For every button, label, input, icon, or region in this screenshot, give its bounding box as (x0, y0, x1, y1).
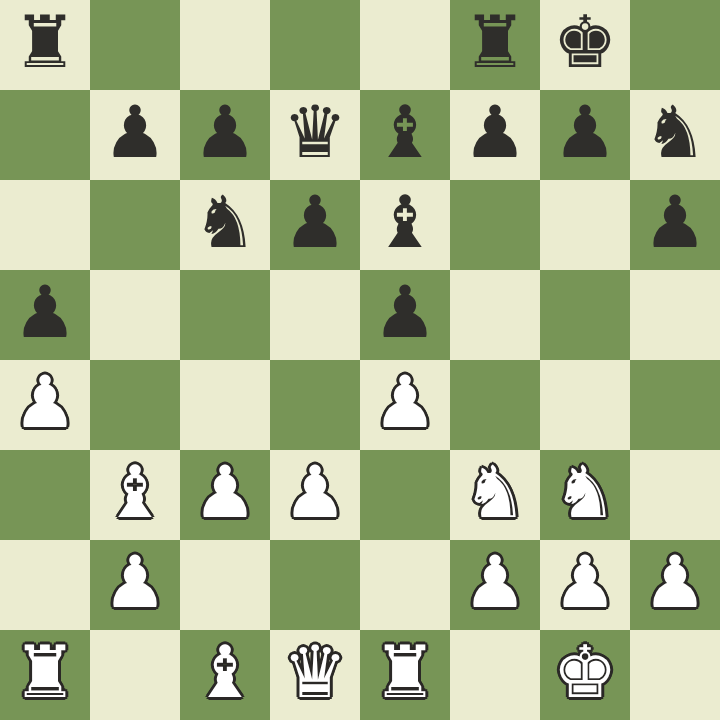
piece-black-pawn[interactable]: ♟ (193, 87, 258, 177)
piece-white-rook[interactable]: ♜ (373, 627, 438, 717)
square-e3[interactable] (360, 450, 450, 540)
square-g2[interactable]: ♟ (540, 540, 630, 630)
square-g1[interactable]: ♚ (540, 630, 630, 720)
square-f5[interactable] (450, 270, 540, 360)
piece-white-king[interactable]: ♚ (553, 627, 618, 717)
square-a5[interactable]: ♟ (0, 270, 90, 360)
piece-white-knight[interactable]: ♞ (553, 447, 618, 537)
piece-black-pawn[interactable]: ♟ (553, 87, 618, 177)
square-b3[interactable]: ♝ (90, 450, 180, 540)
square-f1[interactable] (450, 630, 540, 720)
piece-black-bishop[interactable]: ♝ (373, 177, 438, 267)
square-e6[interactable]: ♝ (360, 180, 450, 270)
square-f6[interactable] (450, 180, 540, 270)
square-c5[interactable] (180, 270, 270, 360)
square-e1[interactable]: ♜ (360, 630, 450, 720)
square-d3[interactable]: ♟ (270, 450, 360, 540)
square-h5[interactable] (630, 270, 720, 360)
square-b2[interactable]: ♟ (90, 540, 180, 630)
chess-board-container: ♜♜♚♟♟♛♝♟♟♞♞♟♝♟♟♟♟♟♝♟♟♞♞♟♟♟♟♜♝♛♜♚ (0, 0, 720, 720)
piece-black-queen[interactable]: ♛ (283, 87, 348, 177)
square-g5[interactable] (540, 270, 630, 360)
square-h6[interactable]: ♟ (630, 180, 720, 270)
square-a3[interactable] (0, 450, 90, 540)
square-b1[interactable] (90, 630, 180, 720)
piece-black-knight[interactable]: ♞ (193, 177, 258, 267)
square-b6[interactable] (90, 180, 180, 270)
square-g8[interactable]: ♚ (540, 0, 630, 90)
square-h2[interactable]: ♟ (630, 540, 720, 630)
square-h1[interactable] (630, 630, 720, 720)
square-b7[interactable]: ♟ (90, 90, 180, 180)
square-a7[interactable] (0, 90, 90, 180)
square-d8[interactable] (270, 0, 360, 90)
square-g4[interactable] (540, 360, 630, 450)
square-h3[interactable] (630, 450, 720, 540)
square-b4[interactable] (90, 360, 180, 450)
piece-white-rook[interactable]: ♜ (13, 627, 78, 717)
square-f2[interactable]: ♟ (450, 540, 540, 630)
piece-black-king[interactable]: ♚ (553, 0, 618, 87)
square-e8[interactable] (360, 0, 450, 90)
square-c8[interactable] (180, 0, 270, 90)
square-f7[interactable]: ♟ (450, 90, 540, 180)
square-e4[interactable]: ♟ (360, 360, 450, 450)
square-e5[interactable]: ♟ (360, 270, 450, 360)
square-g6[interactable] (540, 180, 630, 270)
square-h4[interactable] (630, 360, 720, 450)
square-e2[interactable] (360, 540, 450, 630)
piece-black-pawn[interactable]: ♟ (283, 177, 348, 267)
square-d1[interactable]: ♛ (270, 630, 360, 720)
piece-white-pawn[interactable]: ♟ (553, 537, 618, 627)
piece-white-pawn[interactable]: ♟ (283, 447, 348, 537)
piece-white-pawn[interactable]: ♟ (373, 357, 438, 447)
square-a4[interactable]: ♟ (0, 360, 90, 450)
square-g3[interactable]: ♞ (540, 450, 630, 540)
square-g7[interactable]: ♟ (540, 90, 630, 180)
square-d6[interactable]: ♟ (270, 180, 360, 270)
piece-black-rook[interactable]: ♜ (463, 0, 528, 87)
square-a2[interactable] (0, 540, 90, 630)
square-b8[interactable] (90, 0, 180, 90)
piece-black-pawn[interactable]: ♟ (463, 87, 528, 177)
piece-white-queen[interactable]: ♛ (283, 627, 348, 717)
square-e7[interactable]: ♝ (360, 90, 450, 180)
square-f3[interactable]: ♞ (450, 450, 540, 540)
square-c4[interactable] (180, 360, 270, 450)
square-c6[interactable]: ♞ (180, 180, 270, 270)
piece-black-knight[interactable]: ♞ (643, 87, 708, 177)
piece-white-pawn[interactable]: ♟ (463, 537, 528, 627)
square-c3[interactable]: ♟ (180, 450, 270, 540)
square-f8[interactable]: ♜ (450, 0, 540, 90)
piece-black-rook[interactable]: ♜ (13, 0, 78, 87)
piece-white-pawn[interactable]: ♟ (193, 447, 258, 537)
piece-black-bishop[interactable]: ♝ (373, 87, 438, 177)
piece-white-pawn[interactable]: ♟ (643, 537, 708, 627)
square-a6[interactable] (0, 180, 90, 270)
piece-white-bishop[interactable]: ♝ (193, 627, 258, 717)
square-d4[interactable] (270, 360, 360, 450)
chess-board: ♜♜♚♟♟♛♝♟♟♞♞♟♝♟♟♟♟♟♝♟♟♞♞♟♟♟♟♜♝♛♜♚ (0, 0, 720, 720)
piece-black-pawn[interactable]: ♟ (13, 267, 78, 357)
square-c1[interactable]: ♝ (180, 630, 270, 720)
square-c7[interactable]: ♟ (180, 90, 270, 180)
piece-white-bishop[interactable]: ♝ (103, 447, 168, 537)
square-d2[interactable] (270, 540, 360, 630)
square-a8[interactable]: ♜ (0, 0, 90, 90)
piece-white-knight[interactable]: ♞ (463, 447, 528, 537)
piece-white-pawn[interactable]: ♟ (103, 537, 168, 627)
square-h8[interactable] (630, 0, 720, 90)
piece-black-pawn[interactable]: ♟ (103, 87, 168, 177)
square-f4[interactable] (450, 360, 540, 450)
square-d7[interactable]: ♛ (270, 90, 360, 180)
square-b5[interactable] (90, 270, 180, 360)
piece-white-pawn[interactable]: ♟ (13, 357, 78, 447)
piece-black-pawn[interactable]: ♟ (373, 267, 438, 357)
square-c2[interactable] (180, 540, 270, 630)
piece-black-pawn[interactable]: ♟ (643, 177, 708, 267)
square-a1[interactable]: ♜ (0, 630, 90, 720)
square-h7[interactable]: ♞ (630, 90, 720, 180)
square-d5[interactable] (270, 270, 360, 360)
